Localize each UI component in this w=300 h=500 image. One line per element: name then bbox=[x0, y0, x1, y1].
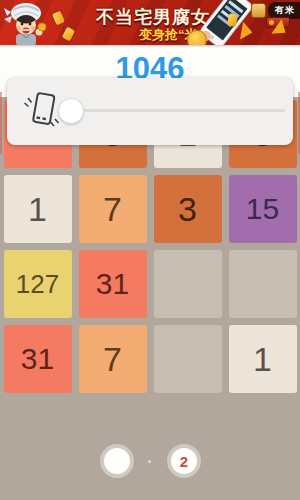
tile-15: 15 bbox=[229, 175, 297, 243]
tile-7: 7 bbox=[79, 175, 147, 243]
gold-coin-badge-icon bbox=[187, 30, 207, 45]
pager-button-2[interactable]: 2 bbox=[171, 448, 197, 474]
pager-separator-dot bbox=[148, 460, 151, 463]
gold-coin-icon bbox=[62, 27, 76, 42]
app-screen: 不当宅男腐女 变身抢“米3” 有米 1046 3131317 bbox=[0, 0, 300, 500]
tile-127: 127 bbox=[4, 250, 72, 318]
settings-panel bbox=[7, 78, 293, 145]
tile-1: 1 bbox=[229, 325, 297, 393]
tile-31: 31 bbox=[4, 325, 72, 393]
cartoon-girl-icon bbox=[2, 0, 50, 45]
tile-7: 7 bbox=[79, 325, 147, 393]
tile-1: 1 bbox=[4, 175, 72, 243]
right-edge-artifact bbox=[298, 92, 300, 154]
empty-cell bbox=[154, 325, 222, 393]
vibration-slider-thumb[interactable] bbox=[58, 98, 84, 124]
tile-31: 31 bbox=[79, 250, 147, 318]
gold-coin-icon bbox=[52, 11, 65, 26]
vibration-slider-track[interactable] bbox=[67, 109, 285, 112]
tile-3: 3 bbox=[154, 175, 222, 243]
empty-cell bbox=[229, 250, 297, 318]
vibrate-phone-icon bbox=[19, 89, 63, 133]
pager-button-1[interactable] bbox=[104, 448, 130, 474]
empty-cell bbox=[154, 250, 222, 318]
ad-banner[interactable]: 不当宅男腐女 变身抢“米3” 有米 bbox=[0, 0, 300, 45]
ad-avatar-icon bbox=[251, 3, 266, 18]
left-edge-artifact bbox=[0, 92, 2, 154]
